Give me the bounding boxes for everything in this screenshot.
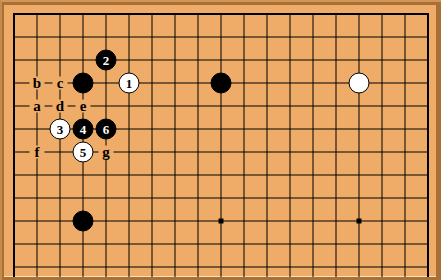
- go-stone-white-1: 1: [119, 73, 140, 94]
- point-label-d: d: [53, 100, 68, 113]
- star-point-q10: [357, 219, 362, 224]
- star-point-k10: [219, 219, 224, 224]
- go-stone-black-6: 6: [96, 119, 117, 140]
- move-number: 5: [80, 146, 87, 159]
- move-number: 2: [103, 54, 110, 67]
- point-label-f: f: [30, 146, 45, 159]
- go-stone-black-k16: [211, 73, 232, 94]
- point-label-g: g: [99, 146, 114, 159]
- move-number: 6: [103, 123, 110, 136]
- go-stone-black-d10: [73, 211, 94, 232]
- point-label-a: a: [30, 100, 45, 113]
- go-stone-black-2: 2: [96, 50, 117, 71]
- move-number: 3: [57, 123, 64, 136]
- go-diagram: 213465bcadefg: [0, 0, 441, 280]
- point-label-b: b: [30, 77, 45, 90]
- goban: 213465bcadefg: [4, 5, 436, 277]
- go-stone-white-q16: [349, 73, 370, 94]
- move-number: 4: [80, 123, 87, 136]
- go-stone-white-3: 3: [50, 119, 71, 140]
- grid-lines: [4, 5, 436, 277]
- go-stone-black-d16: [73, 73, 94, 94]
- go-stone-black-4: 4: [73, 119, 94, 140]
- move-number: 1: [126, 77, 133, 90]
- point-label-c: c: [53, 77, 68, 90]
- point-label-e: e: [76, 100, 91, 113]
- go-stone-white-5: 5: [73, 142, 94, 163]
